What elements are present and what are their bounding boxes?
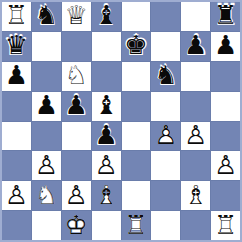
piece-black-bishop: ♝♝ bbox=[92, 92, 121, 121]
square-g1[interactable] bbox=[181, 211, 210, 240]
bishop-outline-glyph: ♗ bbox=[184, 182, 207, 208]
square-h7[interactable]: ♟♟ bbox=[211, 32, 240, 61]
square-c5[interactable]: ♟♟ bbox=[62, 92, 91, 121]
square-c4[interactable] bbox=[62, 122, 91, 151]
square-e7[interactable]: ♚♚ bbox=[122, 32, 151, 61]
pawn-outline-glyph: ♙ bbox=[154, 122, 177, 148]
pawn-fill-glyph: ♟ bbox=[65, 182, 88, 208]
bishop-halo-glyph: ♝ bbox=[93, 90, 120, 120]
square-h8[interactable]: ♜♜ bbox=[211, 2, 240, 31]
rook-halo-glyph: ♜ bbox=[212, 0, 239, 30]
pawn-solid-glyph: ♟ bbox=[65, 92, 88, 118]
pawn-solid-glyph: ♟ bbox=[5, 62, 28, 88]
square-g7[interactable]: ♟♟ bbox=[181, 32, 210, 61]
pawn-outline-glyph: ♙ bbox=[35, 152, 58, 178]
pawn-outline-glyph: ♙ bbox=[94, 152, 117, 178]
piece-black-knight: ♞♞ bbox=[32, 2, 61, 31]
square-d7[interactable] bbox=[92, 32, 121, 61]
square-a3[interactable] bbox=[2, 151, 31, 180]
square-c2[interactable]: ♟♙ bbox=[62, 181, 91, 210]
square-g3[interactable] bbox=[181, 151, 210, 180]
square-f3[interactable] bbox=[151, 151, 180, 180]
piece-white-king: ♚♔ bbox=[62, 211, 91, 240]
piece-black-rook: ♜♜ bbox=[211, 2, 240, 31]
pawn-solid-glyph: ♟ bbox=[35, 92, 58, 118]
square-h3[interactable]: ♟♙ bbox=[211, 151, 240, 180]
bishop-halo-glyph: ♝ bbox=[93, 0, 120, 30]
square-b5[interactable]: ♟♟ bbox=[32, 92, 61, 121]
pawn-fill-glyph: ♟ bbox=[35, 152, 58, 178]
square-a5[interactable] bbox=[2, 92, 31, 121]
piece-black-king: ♚♚ bbox=[122, 32, 151, 61]
queen-halo-glyph: ♛ bbox=[3, 30, 30, 60]
piece-white-bishop: ♝♗ bbox=[92, 181, 121, 210]
pawn-halo-glyph: ♟ bbox=[63, 90, 90, 120]
square-f7[interactable] bbox=[151, 32, 180, 61]
knight-outline-glyph: ♘ bbox=[35, 182, 58, 208]
piece-black-pawn: ♟♟ bbox=[2, 62, 31, 91]
piece-white-pawn: ♟♙ bbox=[211, 151, 240, 180]
square-f1[interactable] bbox=[151, 211, 180, 240]
pawn-outline-glyph: ♙ bbox=[184, 122, 207, 148]
square-b8[interactable]: ♞♞ bbox=[32, 2, 61, 31]
bishop-fill-glyph: ♝ bbox=[184, 182, 207, 208]
knight-outline-glyph: ♘ bbox=[65, 62, 88, 88]
square-c6[interactable]: ♞♘ bbox=[62, 62, 91, 91]
square-d4[interactable]: ♟♟ bbox=[92, 122, 121, 151]
pawn-fill-glyph: ♟ bbox=[94, 152, 117, 178]
rook-outline-glyph: ♖ bbox=[5, 2, 28, 28]
square-e6[interactable] bbox=[122, 62, 151, 91]
piece-white-queen: ♛♕ bbox=[62, 2, 91, 31]
pawn-halo-glyph: ♟ bbox=[212, 30, 239, 60]
square-h5[interactable] bbox=[211, 92, 240, 121]
pawn-halo-glyph: ♟ bbox=[3, 60, 30, 90]
pawn-outline-glyph: ♙ bbox=[214, 152, 237, 178]
pawn-fill-glyph: ♟ bbox=[154, 122, 177, 148]
rook-fill-glyph: ♜ bbox=[214, 212, 237, 238]
piece-black-pawn: ♟♟ bbox=[181, 32, 210, 61]
square-a2[interactable]: ♟♙ bbox=[2, 181, 31, 210]
chess-board: ♜♖♞♞♛♕♝♝♜♜♛♛♚♚♟♟♟♟♟♟♞♘♞♞♟♟♟♟♝♝♟♟♟♙♟♙♟♙♟♙… bbox=[0, 0, 242, 242]
piece-black-pawn: ♟♟ bbox=[32, 92, 61, 121]
square-e2[interactable] bbox=[122, 181, 151, 210]
piece-white-pawn: ♟♙ bbox=[62, 181, 91, 210]
pawn-solid-glyph: ♟ bbox=[94, 122, 117, 148]
pawn-fill-glyph: ♟ bbox=[214, 152, 237, 178]
knight-solid-glyph: ♞ bbox=[35, 2, 58, 28]
square-c7[interactable] bbox=[62, 32, 91, 61]
piece-white-pawn: ♟♙ bbox=[2, 181, 31, 210]
bishop-solid-glyph: ♝ bbox=[94, 2, 117, 28]
piece-black-pawn: ♟♟ bbox=[62, 92, 91, 121]
piece-white-rook: ♜♖ bbox=[211, 211, 240, 240]
square-h1[interactable]: ♜♖ bbox=[211, 211, 240, 240]
pawn-halo-glyph: ♟ bbox=[182, 30, 209, 60]
square-c3[interactable] bbox=[62, 151, 91, 180]
piece-black-bishop: ♝♝ bbox=[92, 2, 121, 31]
square-h6[interactable] bbox=[211, 62, 240, 91]
square-e4[interactable] bbox=[122, 122, 151, 151]
pawn-halo-glyph: ♟ bbox=[93, 120, 120, 150]
piece-black-pawn: ♟♟ bbox=[92, 122, 121, 151]
square-a4[interactable] bbox=[2, 122, 31, 151]
pawn-solid-glyph: ♟ bbox=[214, 32, 237, 58]
square-b3[interactable]: ♟♙ bbox=[32, 151, 61, 180]
square-b1[interactable] bbox=[32, 211, 61, 240]
piece-white-rook: ♜♖ bbox=[2, 2, 31, 31]
rook-outline-glyph: ♖ bbox=[124, 212, 147, 238]
bishop-solid-glyph: ♝ bbox=[94, 92, 117, 118]
square-h2[interactable] bbox=[211, 181, 240, 210]
pawn-outline-glyph: ♙ bbox=[65, 182, 88, 208]
square-g8[interactable] bbox=[181, 2, 210, 31]
square-a6[interactable]: ♟♟ bbox=[2, 62, 31, 91]
square-g2[interactable]: ♝♗ bbox=[181, 181, 210, 210]
pawn-solid-glyph: ♟ bbox=[184, 32, 207, 58]
king-fill-glyph: ♚ bbox=[65, 212, 88, 238]
square-e3[interactable] bbox=[122, 151, 151, 180]
piece-black-pawn: ♟♟ bbox=[211, 32, 240, 61]
king-solid-glyph: ♚ bbox=[124, 32, 147, 58]
square-a7[interactable]: ♛♛ bbox=[2, 32, 31, 61]
piece-white-pawn: ♟♙ bbox=[181, 122, 210, 151]
knight-halo-glyph: ♞ bbox=[152, 60, 179, 90]
square-a8[interactable]: ♜♖ bbox=[2, 2, 31, 31]
bishop-outline-glyph: ♗ bbox=[94, 182, 117, 208]
square-b7[interactable] bbox=[32, 32, 61, 61]
piece-black-knight: ♞♞ bbox=[151, 62, 180, 91]
square-f8[interactable] bbox=[151, 2, 180, 31]
pawn-halo-glyph: ♟ bbox=[33, 90, 60, 120]
square-g5[interactable] bbox=[181, 92, 210, 121]
rook-solid-glyph: ♜ bbox=[214, 2, 237, 28]
king-halo-glyph: ♚ bbox=[122, 30, 149, 60]
square-a1[interactable] bbox=[2, 211, 31, 240]
square-d3[interactable]: ♟♙ bbox=[92, 151, 121, 180]
square-c8[interactable]: ♛♕ bbox=[62, 2, 91, 31]
square-d5[interactable]: ♝♝ bbox=[92, 92, 121, 121]
square-g6[interactable] bbox=[181, 62, 210, 91]
pawn-fill-glyph: ♟ bbox=[184, 122, 207, 148]
knight-solid-glyph: ♞ bbox=[154, 62, 177, 88]
square-f2[interactable] bbox=[151, 181, 180, 210]
queen-fill-glyph: ♛ bbox=[65, 2, 88, 28]
square-h4[interactable] bbox=[211, 122, 240, 151]
rook-fill-glyph: ♜ bbox=[124, 212, 147, 238]
square-f4[interactable]: ♟♙ bbox=[151, 122, 180, 151]
square-b2[interactable]: ♞♘ bbox=[32, 181, 61, 210]
square-d6[interactable] bbox=[92, 62, 121, 91]
queen-solid-glyph: ♛ bbox=[5, 32, 28, 58]
square-b6[interactable] bbox=[32, 62, 61, 91]
piece-black-queen: ♛♛ bbox=[2, 32, 31, 61]
square-b4[interactable] bbox=[32, 122, 61, 151]
pawn-fill-glyph: ♟ bbox=[5, 182, 28, 208]
square-e8[interactable] bbox=[122, 2, 151, 31]
square-e5[interactable] bbox=[122, 92, 151, 121]
queen-outline-glyph: ♕ bbox=[65, 2, 88, 28]
square-g4[interactable]: ♟♙ bbox=[181, 122, 210, 151]
square-f5[interactable] bbox=[151, 92, 180, 121]
knight-fill-glyph: ♞ bbox=[35, 182, 58, 208]
piece-white-pawn: ♟♙ bbox=[92, 151, 121, 180]
rook-outline-glyph: ♖ bbox=[214, 212, 237, 238]
piece-white-knight: ♞♘ bbox=[32, 181, 61, 210]
piece-white-pawn: ♟♙ bbox=[151, 122, 180, 151]
rook-fill-glyph: ♜ bbox=[5, 2, 28, 28]
square-e1[interactable]: ♜♖ bbox=[122, 211, 151, 240]
square-d8[interactable]: ♝♝ bbox=[92, 2, 121, 31]
knight-halo-glyph: ♞ bbox=[33, 0, 60, 30]
square-d2[interactable]: ♝♗ bbox=[92, 181, 121, 210]
piece-white-bishop: ♝♗ bbox=[181, 181, 210, 210]
pawn-outline-glyph: ♙ bbox=[5, 182, 28, 208]
chess-board-container: ♜♖♞♞♛♕♝♝♜♜♛♛♚♚♟♟♟♟♟♟♞♘♞♞♟♟♟♟♝♝♟♟♟♙♟♙♟♙♟♙… bbox=[0, 0, 242, 242]
piece-white-rook: ♜♖ bbox=[122, 211, 151, 240]
knight-fill-glyph: ♞ bbox=[65, 62, 88, 88]
bishop-fill-glyph: ♝ bbox=[94, 182, 117, 208]
square-c1[interactable]: ♚♔ bbox=[62, 211, 91, 240]
square-f6[interactable]: ♞♞ bbox=[151, 62, 180, 91]
piece-white-knight: ♞♘ bbox=[62, 62, 91, 91]
piece-white-pawn: ♟♙ bbox=[32, 151, 61, 180]
square-d1[interactable] bbox=[92, 211, 121, 240]
king-outline-glyph: ♔ bbox=[65, 212, 88, 238]
